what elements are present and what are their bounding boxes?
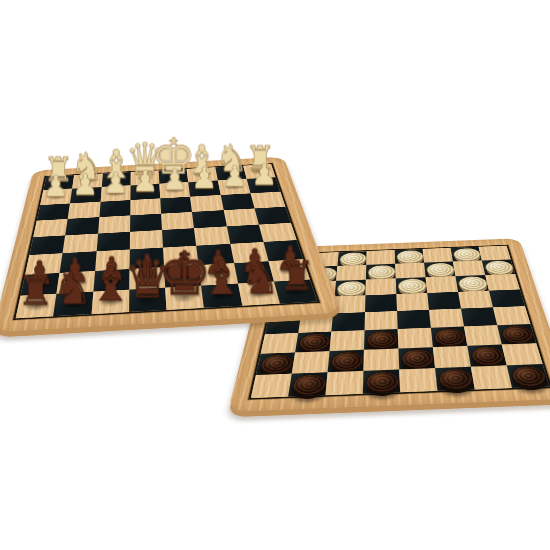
checkers-square-f5 <box>427 292 461 310</box>
chess-piece-dark-rook: ♜ <box>17 273 53 312</box>
checkers-square-c2 <box>328 350 364 372</box>
chess-piece-light-pawn: ♟ <box>191 164 218 192</box>
chess-piece-light-pawn: ♟ <box>102 169 129 197</box>
checker-dark <box>438 368 475 390</box>
checkers-square-h7 <box>482 259 515 275</box>
chess-square-d7: ♟ <box>130 184 160 200</box>
checkers-square-d3 <box>364 329 398 350</box>
checkers-square-f4 <box>429 309 464 328</box>
checkers-square-g7 <box>453 260 485 276</box>
checkers-square-g8 <box>451 247 482 262</box>
checkers-square-e5 <box>396 293 429 311</box>
checker-light <box>453 248 482 262</box>
checker-light <box>397 250 424 264</box>
chess-board-grid: ♜♞♝♛♚♝♞♜♟♟♟♟♟♟♟♟♟♟♟♟♟♟♟♟♜♞♝♛♚♝♞♜ <box>13 163 320 320</box>
chess-piece-light-pawn: ♟ <box>43 172 70 200</box>
checker-dark <box>330 351 364 372</box>
checkers-square-c8 <box>337 251 366 266</box>
checkers-square-h6 <box>485 274 520 291</box>
chess-square-e5 <box>161 212 194 230</box>
checkers-square-d8 <box>366 250 395 265</box>
checkers-square-e6 <box>396 277 427 294</box>
product-photo-two-board-game-set: ♜♞♝♛♚♝♞♜♟♟♟♟♟♟♟♟♟♟♟♟♟♟♟♟♜♞♝♛♚♝♞♜ <box>0 0 550 550</box>
checkers-square-g2 <box>467 345 506 367</box>
chess-piece-light-pawn: ♟ <box>162 165 189 193</box>
checker-light <box>458 276 489 291</box>
chess-piece-light-pawn: ♟ <box>221 162 248 190</box>
checker-light <box>337 281 366 297</box>
chess-square-f1: ♝ <box>201 283 241 307</box>
chess-square-e6 <box>160 197 192 214</box>
checkers-square-h5 <box>489 289 525 307</box>
checkers-square-f2 <box>433 346 471 368</box>
chess-square-c6 <box>99 200 130 217</box>
checkers-square-h4 <box>493 306 530 325</box>
chess-piece-light-pawn: ♟ <box>132 167 159 195</box>
checkers-square-f3 <box>431 327 467 348</box>
chess-square-g1: ♞ <box>238 281 280 305</box>
checkers-square-f1 <box>435 367 475 391</box>
checker-light <box>398 278 427 294</box>
chess-square-f5 <box>192 210 226 228</box>
checkers-square-a1 <box>251 374 292 398</box>
checkers-square-h8 <box>479 246 511 261</box>
checkers-square-e3 <box>398 328 433 349</box>
chess-piece-dark-rook: ♜ <box>278 258 314 297</box>
checkers-square-c3 <box>330 330 365 351</box>
checkers-square-d4 <box>365 311 398 330</box>
checkers-square-c4 <box>331 312 365 331</box>
checkers-square-d5 <box>365 294 397 312</box>
checkers-square-g1 <box>471 365 512 389</box>
checkers-square-e1 <box>399 368 437 392</box>
checker-dark <box>291 374 327 396</box>
checkers-square-e8 <box>395 249 424 264</box>
checkers-square-d6 <box>365 278 396 295</box>
chess-piece-light-pawn: ♟ <box>251 160 278 188</box>
chess-board: ♜♞♝♛♚♝♞♜♟♟♟♟♟♟♟♟♟♟♟♟♟♟♟♟♜♞♝♛♚♝♞♜ <box>16 84 308 376</box>
checkers-square-h2 <box>502 343 543 365</box>
chess-square-h5 <box>254 207 291 225</box>
chess-square-a5 <box>33 219 68 237</box>
checkers-square-g3 <box>464 325 502 346</box>
checkers-square-c6 <box>335 280 366 297</box>
checker-light <box>339 252 366 266</box>
checkers-square-e7 <box>395 263 425 279</box>
checker-dark <box>500 325 536 344</box>
checker-dark <box>401 349 435 370</box>
chess-square-b4 <box>63 234 98 254</box>
checkers-square-g4 <box>461 307 497 326</box>
chess-square-b6 <box>68 202 100 219</box>
checkers-square-f7 <box>424 262 455 278</box>
checkers-square-h3 <box>497 324 536 345</box>
chess-piece-dark-bishop: ♝ <box>89 262 132 307</box>
checker-light <box>368 265 396 280</box>
chess-square-d5 <box>130 214 162 232</box>
chess-square-a1: ♜ <box>16 294 57 319</box>
checkers-square-c1 <box>325 371 363 395</box>
chess-square-f6 <box>190 195 223 212</box>
chess-square-h6 <box>250 191 285 208</box>
chess-square-c5 <box>98 215 130 233</box>
checker-dark <box>510 366 549 388</box>
chess-square-d6 <box>130 198 161 215</box>
checker-dark <box>470 346 506 367</box>
checkers-square-f8 <box>423 248 453 263</box>
checker-light <box>484 260 515 274</box>
checkers-square-d1 <box>363 370 400 394</box>
checkers-square-d7 <box>366 264 396 280</box>
checker-dark <box>365 371 399 393</box>
chess-square-g5 <box>223 208 258 226</box>
checker-dark <box>366 330 398 349</box>
chess-square-d1: ♛ <box>129 287 167 312</box>
checkers-square-c7 <box>336 265 366 281</box>
checker-light <box>426 263 455 278</box>
checkers-square-g6 <box>455 275 489 292</box>
chess-piece-dark-knight: ♞ <box>239 256 279 299</box>
chess-square-b1: ♞ <box>53 292 93 317</box>
checker-dark <box>433 328 467 347</box>
checkers-square-e2 <box>398 347 435 369</box>
chess-square-g6 <box>220 193 254 210</box>
chess-board-wood-frame: ♜♞♝♛♚♝♞♜♟♟♟♟♟♟♟♟♟♟♟♟♟♟♟♟♜♞♝♛♚♝♞♜ <box>0 157 342 333</box>
chess-square-a6 <box>37 203 70 220</box>
checkers-square-g5 <box>458 291 493 309</box>
checkers-square-f6 <box>426 276 459 293</box>
checkers-square-d2 <box>363 349 399 371</box>
chess-square-h1: ♜ <box>274 279 318 303</box>
chess-piece-dark-knight: ♞ <box>53 266 93 309</box>
checkers-square-h1 <box>507 364 550 388</box>
chess-piece-dark-bishop: ♝ <box>201 256 244 301</box>
chess-square-b5 <box>65 217 99 235</box>
chess-square-c1: ♝ <box>91 289 129 314</box>
chess-board-plane: ♜♞♝♛♚♝♞♜♟♟♟♟♟♟♟♟♟♟♟♟♟♟♟♟♜♞♝♛♚♝♞♜ <box>0 157 342 333</box>
chess-piece-light-pawn: ♟ <box>72 170 99 198</box>
checkers-square-e4 <box>397 310 431 329</box>
